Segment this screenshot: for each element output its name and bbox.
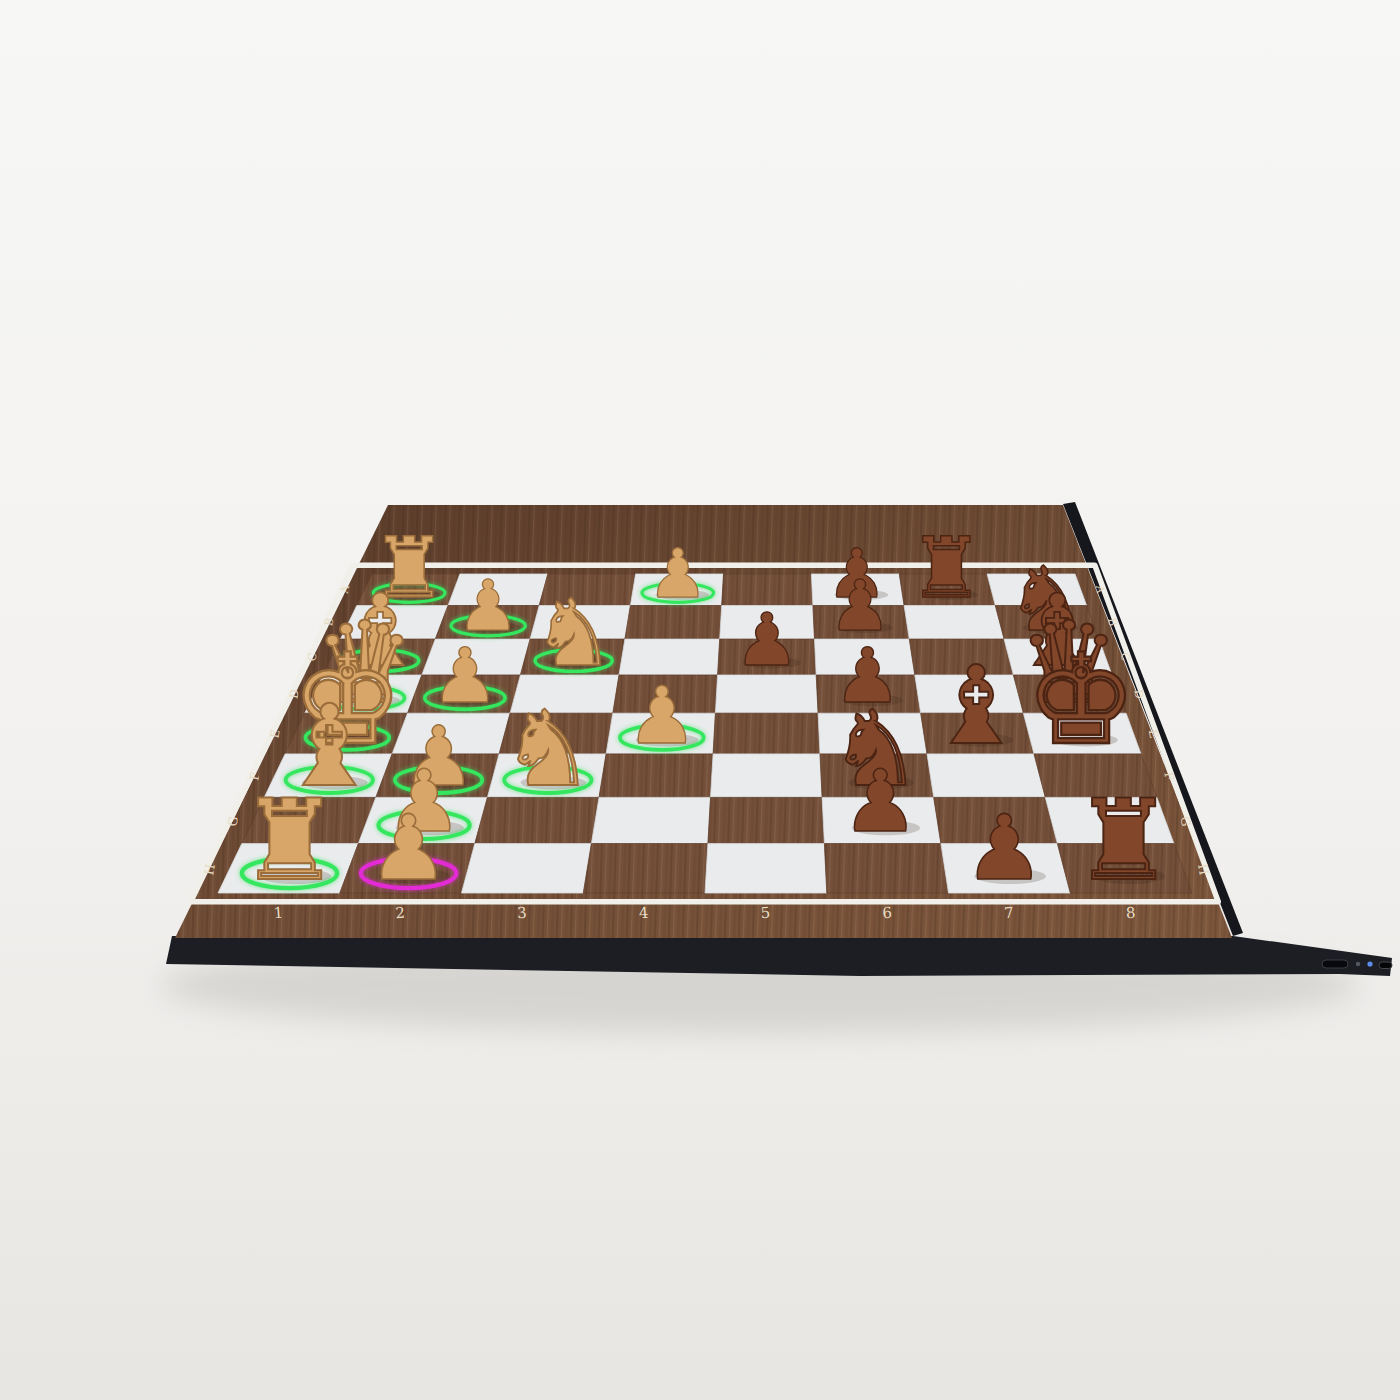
white-knight-f3[interactable]: ♞ xyxy=(501,688,595,810)
square-f5[interactable] xyxy=(711,754,823,798)
white-pawn-e4[interactable]: ♟ xyxy=(626,670,697,762)
square-h6[interactable] xyxy=(824,844,948,893)
white-pawn-a4[interactable]: ♟ xyxy=(648,534,709,613)
black-rook-a7[interactable]: ♜ xyxy=(909,519,984,617)
rank-label-front-7: 7 xyxy=(1004,904,1015,923)
rank-label-front-6: 6 xyxy=(882,904,893,923)
rank-label-front-4: 4 xyxy=(638,904,649,923)
black-bishop-e7[interactable]: ♝ xyxy=(928,643,1025,768)
white-rook-h1[interactable]: ♜ xyxy=(239,775,339,905)
black-pawn-c5[interactable]: ♟ xyxy=(734,597,799,682)
black-rook-h8[interactable]: ♜ xyxy=(1073,775,1173,905)
bluetooth-led xyxy=(1367,961,1372,966)
square-h3[interactable] xyxy=(462,844,592,893)
white-pawn-h2[interactable]: ♟ xyxy=(368,796,449,900)
white-pawn-d2[interactable]: ♟ xyxy=(431,632,499,720)
power-button[interactable] xyxy=(1322,960,1348,968)
status-led xyxy=(1356,962,1360,966)
rank-label-front-5: 5 xyxy=(760,904,771,923)
rank-label-front-1: 1 xyxy=(273,904,284,923)
square-g4[interactable] xyxy=(591,797,710,843)
black-pawn-h7[interactable]: ♟ xyxy=(964,796,1045,900)
rank-label-front-8: 8 xyxy=(1125,904,1136,923)
black-king-e8[interactable]: ♚ xyxy=(1025,627,1137,773)
usb-c-port[interactable] xyxy=(1379,962,1392,969)
board-photo-scene: 12345678HHGGFFEEDDCCBBAA♜♟♟♜♟♟♞♝♞♟♝♛♟♟♛♚… xyxy=(0,0,1400,1400)
white-knight-c3[interactable]: ♞ xyxy=(532,579,615,687)
square-g5[interactable] xyxy=(708,797,825,843)
black-pawn-g6[interactable]: ♟ xyxy=(842,751,919,851)
square-h5[interactable] xyxy=(705,844,827,893)
rank-label-front-3: 3 xyxy=(517,904,528,923)
square-e5[interactable] xyxy=(713,713,820,754)
smart-chessboard: 12345678HHGGFFEEDDCCBBAA♜♟♟♜♟♟♞♝♞♟♝♛♟♟♛♚… xyxy=(0,0,1400,1400)
square-h4[interactable] xyxy=(583,844,708,893)
rank-label-front-2: 2 xyxy=(395,904,406,923)
